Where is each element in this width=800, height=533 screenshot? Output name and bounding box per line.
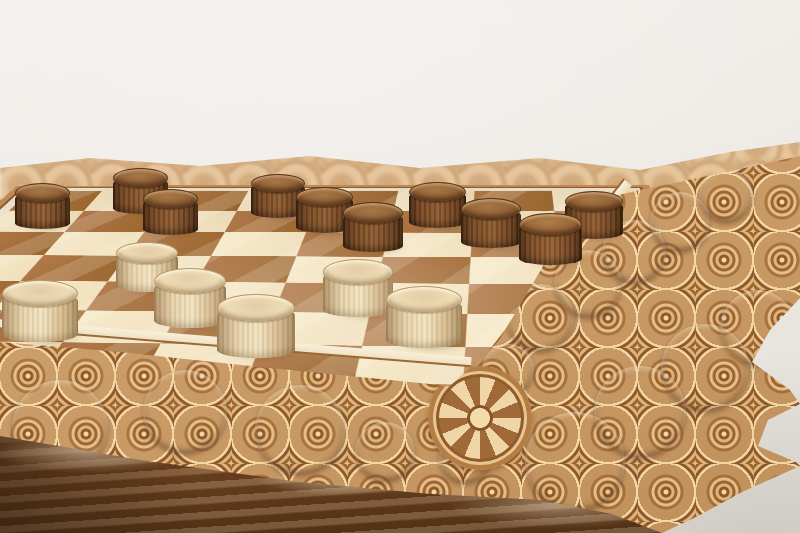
piece-top xyxy=(217,294,295,322)
spiral-medallion-carving xyxy=(143,370,227,454)
checker-piece-dark-f4[interactable] xyxy=(461,198,521,247)
piece-top xyxy=(143,189,198,209)
checker-piece-light-d8[interactable] xyxy=(386,286,462,348)
piece-top xyxy=(116,242,178,264)
piece-top xyxy=(323,259,393,284)
piece-top xyxy=(386,286,462,313)
checker-piece-dark-b2[interactable] xyxy=(143,189,198,234)
piece-top xyxy=(519,213,582,236)
piece-top xyxy=(565,191,623,212)
checker-piece-light-a7[interactable] xyxy=(2,280,78,342)
piece-top xyxy=(343,202,403,224)
checker-piece-dark-e3[interactable] xyxy=(409,182,466,229)
spiral-medallion-carving xyxy=(355,422,415,482)
checker-piece-dark-d4[interactable] xyxy=(343,202,403,251)
checker-piece-light-c7[interactable] xyxy=(154,268,226,327)
piece-top xyxy=(15,183,70,203)
checker-piece-dark-g5[interactable] xyxy=(519,213,582,265)
piece-top xyxy=(2,280,78,307)
piece-top xyxy=(461,198,521,220)
spiral-medallion-carving xyxy=(699,169,753,223)
checker-piece-dark-a3[interactable] xyxy=(15,183,70,228)
checker-piece-light-b8[interactable] xyxy=(217,294,295,358)
spiral-medallion-carving xyxy=(255,385,345,475)
spiral-medallion-carving xyxy=(720,290,796,366)
piece-top xyxy=(113,168,168,188)
piece-top xyxy=(409,182,466,203)
square-d3[interactable] xyxy=(211,232,306,256)
checker-piece-light-e7[interactable] xyxy=(323,259,393,316)
board-photo-scene xyxy=(0,0,800,533)
